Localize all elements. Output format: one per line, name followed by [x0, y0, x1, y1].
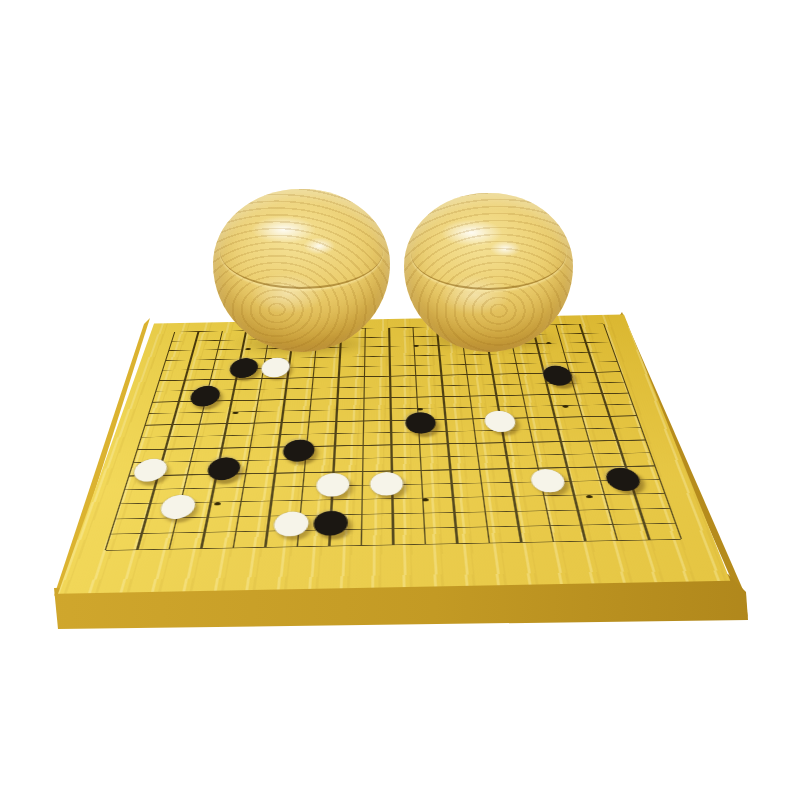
hoshi-star-point [232, 412, 238, 415]
white-stone: ● [480, 405, 519, 433]
black-stone: ● [310, 504, 351, 537]
hoshi-star-point [563, 405, 569, 408]
board-grid: ●●●●●●●●●●●●●●●● [87, 319, 700, 559]
board-surface: ●●●●●●●●●●●●●●●● [58, 314, 730, 593]
white-stone: ● [270, 505, 313, 538]
black-stone: ● [186, 380, 226, 408]
go-set-photo: ●●●●●●●●●●●●●●●● [0, 0, 800, 800]
hoshi-star-point [413, 345, 418, 347]
black-stone: ● [599, 461, 646, 492]
go-board: ●●●●●●●●●●●●●●●● [58, 314, 730, 593]
white-stone: ● [368, 466, 406, 497]
black-stone: ● [403, 406, 439, 434]
white-stone: ● [313, 467, 352, 498]
hoshi-star-point [213, 502, 220, 505]
white-stone: ● [156, 488, 202, 520]
black-stone: ● [538, 360, 577, 387]
black-stone: ● [203, 451, 245, 481]
white-stone: ● [128, 453, 173, 483]
white-stone: ● [526, 462, 570, 493]
hoshi-star-point [422, 498, 429, 501]
black-stone: ● [226, 352, 263, 378]
bowl-lid-seam [411, 217, 566, 291]
hoshi-star-point [586, 495, 593, 498]
bowl-lid-seam [220, 213, 383, 288]
black-stone: ● [280, 433, 319, 462]
grid-lines [87, 319, 700, 559]
